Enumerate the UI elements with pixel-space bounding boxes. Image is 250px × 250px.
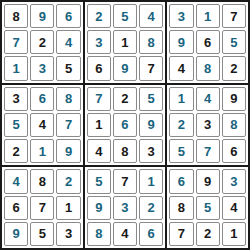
sudoku-cell-r7c3[interactable]: 2 xyxy=(56,169,80,193)
sudoku-cell-r3c7[interactable]: 4 xyxy=(169,56,193,80)
sudoku-cell-r2c4[interactable]: 3 xyxy=(87,30,111,54)
sudoku-cell-r3c6[interactable]: 7 xyxy=(139,56,163,80)
sudoku-cell-r9c3[interactable]: 3 xyxy=(56,222,80,246)
sudoku-cell-r3c3[interactable]: 5 xyxy=(56,56,80,80)
sudoku-cell-r5c1[interactable]: 5 xyxy=(4,113,28,137)
sudoku-cell-r2c3[interactable]: 4 xyxy=(56,30,80,54)
sudoku-cell-r8c9[interactable]: 4 xyxy=(222,196,246,220)
sudoku-cell-r8c6[interactable]: 2 xyxy=(139,196,163,220)
sudoku-cell-r7c6[interactable]: 1 xyxy=(139,169,163,193)
sudoku-cell-r1c2[interactable]: 9 xyxy=(30,4,54,28)
sudoku-cell-r8c3[interactable]: 1 xyxy=(56,196,80,220)
sudoku-box-1: 254318697 xyxy=(85,2,166,83)
sudoku-cell-r8c1[interactable]: 6 xyxy=(4,196,28,220)
sudoku-cell-r6c2[interactable]: 1 xyxy=(30,139,54,163)
sudoku-cell-r4c7[interactable]: 1 xyxy=(169,87,193,111)
sudoku-cell-r8c4[interactable]: 9 xyxy=(87,196,111,220)
sudoku-cell-r4c2[interactable]: 6 xyxy=(30,87,54,111)
sudoku-cell-r7c2[interactable]: 8 xyxy=(30,169,54,193)
sudoku-cell-r4c5[interactable]: 2 xyxy=(113,87,137,111)
sudoku-cell-r5c2[interactable]: 4 xyxy=(30,113,54,137)
sudoku-cell-r7c4[interactable]: 5 xyxy=(87,169,111,193)
sudoku-cell-r5c7[interactable]: 2 xyxy=(169,113,193,137)
sudoku-box-0: 896724135 xyxy=(2,2,83,83)
sudoku-cell-r4c3[interactable]: 8 xyxy=(56,87,80,111)
sudoku-cell-r9c5[interactable]: 4 xyxy=(113,222,137,246)
sudoku-cell-r8c7[interactable]: 8 xyxy=(169,196,193,220)
sudoku-cell-r6c9[interactable]: 6 xyxy=(222,139,246,163)
sudoku-cell-r5c5[interactable]: 6 xyxy=(113,113,137,137)
sudoku-cell-r1c3[interactable]: 6 xyxy=(56,4,80,28)
sudoku-box-2: 317965482 xyxy=(167,2,248,83)
sudoku-cell-r8c8[interactable]: 5 xyxy=(196,196,220,220)
sudoku-cell-r5c3[interactable]: 7 xyxy=(56,113,80,137)
sudoku-cell-r3c4[interactable]: 6 xyxy=(87,56,111,80)
sudoku-cell-r6c3[interactable]: 9 xyxy=(56,139,80,163)
sudoku-cell-r1c7[interactable]: 3 xyxy=(169,4,193,28)
sudoku-cell-r8c5[interactable]: 3 xyxy=(113,196,137,220)
sudoku-box-6: 482671953 xyxy=(2,167,83,248)
sudoku-cell-r9c6[interactable]: 6 xyxy=(139,222,163,246)
sudoku-cell-r1c5[interactable]: 5 xyxy=(113,4,137,28)
sudoku-box-3: 368547219 xyxy=(2,85,83,166)
sudoku-cell-r1c4[interactable]: 2 xyxy=(87,4,111,28)
sudoku-box-4: 725169483 xyxy=(85,85,166,166)
sudoku-cell-r6c7[interactable]: 5 xyxy=(169,139,193,163)
sudoku-cell-r7c7[interactable]: 6 xyxy=(169,169,193,193)
sudoku-cell-r7c9[interactable]: 3 xyxy=(222,169,246,193)
sudoku-cell-r7c1[interactable]: 4 xyxy=(4,169,28,193)
sudoku-cell-r6c5[interactable]: 8 xyxy=(113,139,137,163)
sudoku-cell-r1c1[interactable]: 8 xyxy=(4,4,28,28)
sudoku-cell-r3c8[interactable]: 8 xyxy=(196,56,220,80)
sudoku-cell-r9c9[interactable]: 1 xyxy=(222,222,246,246)
sudoku-cell-r9c7[interactable]: 7 xyxy=(169,222,193,246)
sudoku-cell-r9c4[interactable]: 8 xyxy=(87,222,111,246)
sudoku-cell-r6c1[interactable]: 2 xyxy=(4,139,28,163)
sudoku-cell-r2c7[interactable]: 9 xyxy=(169,30,193,54)
sudoku-cell-r5c9[interactable]: 8 xyxy=(222,113,246,137)
sudoku-cell-r6c8[interactable]: 7 xyxy=(196,139,220,163)
sudoku-cell-r3c5[interactable]: 9 xyxy=(113,56,137,80)
sudoku-cell-r3c1[interactable]: 1 xyxy=(4,56,28,80)
sudoku-cell-r6c6[interactable]: 3 xyxy=(139,139,163,163)
sudoku-box-7: 571932846 xyxy=(85,167,166,248)
sudoku-cell-r9c8[interactable]: 2 xyxy=(196,222,220,246)
sudoku-cell-r2c6[interactable]: 8 xyxy=(139,30,163,54)
sudoku-cell-r7c8[interactable]: 9 xyxy=(196,169,220,193)
sudoku-box-8: 693854721 xyxy=(167,167,248,248)
sudoku-cell-r1c8[interactable]: 1 xyxy=(196,4,220,28)
sudoku-cell-r7c5[interactable]: 7 xyxy=(113,169,137,193)
sudoku-cell-r1c9[interactable]: 7 xyxy=(222,4,246,28)
sudoku-cell-r2c5[interactable]: 1 xyxy=(113,30,137,54)
sudoku-cell-r2c1[interactable]: 7 xyxy=(4,30,28,54)
sudoku-cell-r4c1[interactable]: 3 xyxy=(4,87,28,111)
sudoku-box-5: 149238576 xyxy=(167,85,248,166)
sudoku-cell-r9c2[interactable]: 5 xyxy=(30,222,54,246)
sudoku-cell-r3c2[interactable]: 3 xyxy=(30,56,54,80)
sudoku-cell-r5c8[interactable]: 3 xyxy=(196,113,220,137)
sudoku-cell-r2c9[interactable]: 5 xyxy=(222,30,246,54)
sudoku-cell-r1c6[interactable]: 4 xyxy=(139,4,163,28)
sudoku-cell-r2c2[interactable]: 2 xyxy=(30,30,54,54)
sudoku-cell-r3c9[interactable]: 2 xyxy=(222,56,246,80)
sudoku-cell-r4c6[interactable]: 5 xyxy=(139,87,163,111)
sudoku-cell-r2c8[interactable]: 6 xyxy=(196,30,220,54)
sudoku-cell-r4c4[interactable]: 7 xyxy=(87,87,111,111)
sudoku-cell-r5c6[interactable]: 9 xyxy=(139,113,163,137)
sudoku-cell-r8c2[interactable]: 7 xyxy=(30,196,54,220)
sudoku-cell-r4c9[interactable]: 9 xyxy=(222,87,246,111)
sudoku-cell-r9c1[interactable]: 9 xyxy=(4,222,28,246)
sudoku-cell-r4c8[interactable]: 4 xyxy=(196,87,220,111)
sudoku-cell-r6c4[interactable]: 4 xyxy=(87,139,111,163)
sudoku-cell-r5c4[interactable]: 1 xyxy=(87,113,111,137)
sudoku-board: 8967241352543186973179654823685472197251… xyxy=(0,0,250,250)
